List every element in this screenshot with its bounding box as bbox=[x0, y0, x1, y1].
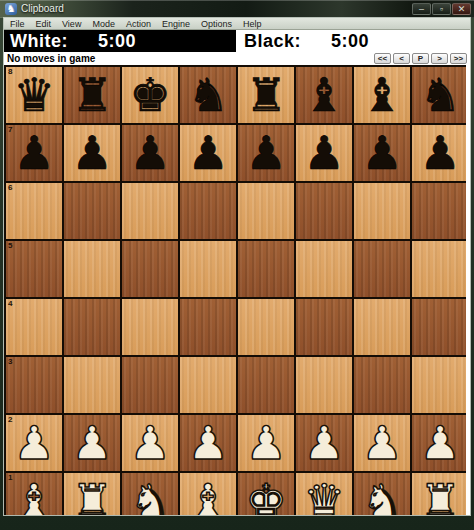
title-bar: ♞ Clipboard – ▫ ✕ bbox=[0, 0, 474, 18]
square-b7[interactable]: ♟ bbox=[64, 125, 120, 181]
nav-button-group: <<<P>>> bbox=[374, 53, 467, 64]
square-h6[interactable] bbox=[412, 183, 466, 239]
piece-black-pawn[interactable]: ♟ bbox=[13, 130, 54, 176]
rank-label-1: 1 bbox=[8, 474, 12, 482]
piece-white-pawn[interactable]: ♟ bbox=[71, 420, 112, 466]
rank-label-8: 8 bbox=[8, 68, 12, 76]
chess-board: 8♛♜♚♞♜♝♝♞7♟♟♟♟♟♟♟♟65432♟♟♟♟♟♟♟♟1a♝b♜c♞d♝… bbox=[4, 65, 466, 515]
menu-options[interactable]: Options bbox=[201, 19, 232, 29]
square-f3[interactable] bbox=[296, 357, 352, 413]
square-d5[interactable] bbox=[180, 241, 236, 297]
piece-black-knight[interactable]: ♞ bbox=[419, 72, 460, 118]
nav-button->>[interactable]: >> bbox=[450, 53, 467, 64]
square-d1[interactable]: d♝ bbox=[180, 473, 236, 515]
square-a2[interactable]: 2♟ bbox=[6, 415, 62, 471]
square-g3[interactable] bbox=[354, 357, 410, 413]
piece-white-rook[interactable]: ♜ bbox=[71, 478, 112, 515]
piece-white-knight[interactable]: ♞ bbox=[361, 478, 402, 515]
square-e5[interactable] bbox=[238, 241, 294, 297]
rank-label-3: 3 bbox=[8, 358, 12, 366]
square-f8[interactable]: ♝ bbox=[296, 67, 352, 123]
piece-white-pawn[interactable]: ♟ bbox=[361, 420, 402, 466]
square-g8[interactable]: ♝ bbox=[354, 67, 410, 123]
square-g4[interactable] bbox=[354, 299, 410, 355]
menu-view[interactable]: View bbox=[62, 19, 81, 29]
piece-black-rook[interactable]: ♜ bbox=[71, 72, 112, 118]
square-c4[interactable] bbox=[122, 299, 178, 355]
white-clock-label: White: bbox=[10, 31, 68, 52]
piece-white-knight[interactable]: ♞ bbox=[129, 478, 170, 515]
piece-white-pawn[interactable]: ♟ bbox=[419, 420, 460, 466]
menu-file[interactable]: File bbox=[10, 19, 25, 29]
square-c2[interactable]: ♟ bbox=[122, 415, 178, 471]
square-b2[interactable]: ♟ bbox=[64, 415, 120, 471]
piece-white-pawn[interactable]: ♟ bbox=[13, 420, 54, 466]
piece-black-pawn[interactable]: ♟ bbox=[71, 130, 112, 176]
piece-black-bishop[interactable]: ♝ bbox=[303, 72, 344, 118]
square-h7[interactable]: ♟ bbox=[412, 125, 466, 181]
square-d8[interactable]: ♞ bbox=[180, 67, 236, 123]
piece-black-pawn[interactable]: ♟ bbox=[361, 130, 402, 176]
nav-button-<[interactable]: < bbox=[393, 53, 410, 64]
nav-button->[interactable]: > bbox=[431, 53, 448, 64]
square-b3[interactable] bbox=[64, 357, 120, 413]
piece-white-pawn[interactable]: ♟ bbox=[303, 420, 344, 466]
piece-black-pawn[interactable]: ♟ bbox=[187, 130, 228, 176]
square-h3[interactable] bbox=[412, 357, 466, 413]
piece-white-king[interactable]: ♚ bbox=[245, 478, 286, 515]
square-a7[interactable]: 7♟ bbox=[6, 125, 62, 181]
window-controls: – ▫ ✕ bbox=[412, 3, 471, 15]
square-d2[interactable]: ♟ bbox=[180, 415, 236, 471]
square-a3[interactable]: 3 bbox=[6, 357, 62, 413]
piece-black-king[interactable]: ♚ bbox=[129, 72, 170, 118]
square-e8[interactable]: ♜ bbox=[238, 67, 294, 123]
minimize-button[interactable]: – bbox=[412, 3, 431, 15]
white-clock-time: 5:00 bbox=[98, 31, 136, 52]
rank-label-5: 5 bbox=[8, 242, 12, 250]
piece-black-pawn[interactable]: ♟ bbox=[245, 130, 286, 176]
white-clock[interactable]: White: 5:00 bbox=[4, 30, 236, 52]
square-b6[interactable] bbox=[64, 183, 120, 239]
client-area: FileEditViewModeActionEngineOptionsHelp … bbox=[4, 18, 470, 515]
square-f5[interactable] bbox=[296, 241, 352, 297]
square-g6[interactable] bbox=[354, 183, 410, 239]
black-clock-label: Black: bbox=[244, 31, 301, 52]
square-b5[interactable] bbox=[64, 241, 120, 297]
piece-black-pawn[interactable]: ♟ bbox=[303, 130, 344, 176]
menu-bar: FileEditViewModeActionEngineOptionsHelp bbox=[4, 18, 470, 30]
piece-white-pawn[interactable]: ♟ bbox=[129, 420, 170, 466]
square-a4[interactable]: 4 bbox=[6, 299, 62, 355]
square-g1[interactable]: g♞ bbox=[354, 473, 410, 515]
square-e7[interactable]: ♟ bbox=[238, 125, 294, 181]
rank-label-6: 6 bbox=[8, 184, 12, 192]
rank-label-4: 4 bbox=[8, 300, 12, 308]
status-message: No moves in game bbox=[7, 53, 95, 64]
maximize-button[interactable]: ▫ bbox=[432, 3, 451, 15]
square-h4[interactable] bbox=[412, 299, 466, 355]
menu-mode[interactable]: Mode bbox=[92, 19, 115, 29]
square-d7[interactable]: ♟ bbox=[180, 125, 236, 181]
square-h1[interactable]: h♜ bbox=[412, 473, 466, 515]
square-d4[interactable] bbox=[180, 299, 236, 355]
square-d6[interactable] bbox=[180, 183, 236, 239]
piece-black-queen[interactable]: ♛ bbox=[13, 72, 54, 118]
square-b8[interactable]: ♜ bbox=[64, 67, 120, 123]
menu-edit[interactable]: Edit bbox=[36, 19, 52, 29]
rank-label-2: 2 bbox=[8, 416, 12, 424]
square-a6[interactable]: 6 bbox=[6, 183, 62, 239]
piece-black-bishop[interactable]: ♝ bbox=[361, 72, 402, 118]
square-g2[interactable]: ♟ bbox=[354, 415, 410, 471]
app-icon[interactable]: ♞ bbox=[5, 3, 17, 15]
square-f2[interactable]: ♟ bbox=[296, 415, 352, 471]
board-frame: 8♛♜♚♞♜♝♝♞7♟♟♟♟♟♟♟♟65432♟♟♟♟♟♟♟♟1a♝b♜c♞d♝… bbox=[4, 65, 466, 515]
square-f6[interactable] bbox=[296, 183, 352, 239]
square-h8[interactable]: ♞ bbox=[412, 67, 466, 123]
square-c3[interactable] bbox=[122, 357, 178, 413]
piece-white-pawn[interactable]: ♟ bbox=[245, 420, 286, 466]
square-b4[interactable] bbox=[64, 299, 120, 355]
square-e3[interactable] bbox=[238, 357, 294, 413]
status-row: No moves in game <<<P>>> bbox=[4, 52, 470, 65]
square-c5[interactable] bbox=[122, 241, 178, 297]
piece-white-bishop[interactable]: ♝ bbox=[13, 478, 54, 515]
menu-help[interactable]: Help bbox=[243, 19, 262, 29]
square-a8[interactable]: 8♛ bbox=[6, 67, 62, 123]
rank-label-7: 7 bbox=[8, 126, 12, 134]
square-a5[interactable]: 5 bbox=[6, 241, 62, 297]
close-button[interactable]: ✕ bbox=[452, 3, 471, 15]
piece-white-bishop[interactable]: ♝ bbox=[187, 478, 228, 515]
menu-action[interactable]: Action bbox=[126, 19, 151, 29]
piece-black-rook[interactable]: ♜ bbox=[245, 72, 286, 118]
square-c7[interactable]: ♟ bbox=[122, 125, 178, 181]
piece-black-pawn[interactable]: ♟ bbox=[419, 130, 460, 176]
square-f4[interactable] bbox=[296, 299, 352, 355]
piece-white-rook[interactable]: ♜ bbox=[419, 478, 460, 515]
square-e1[interactable]: e♚ bbox=[238, 473, 294, 515]
square-g5[interactable] bbox=[354, 241, 410, 297]
menu-engine[interactable]: Engine bbox=[162, 19, 190, 29]
nav-button-<<[interactable]: << bbox=[374, 53, 391, 64]
black-clock[interactable]: Black: 5:00 bbox=[236, 30, 369, 52]
clock-row: White: 5:00 Black: 5:00 bbox=[4, 30, 470, 52]
piece-black-knight[interactable]: ♞ bbox=[187, 72, 228, 118]
square-c6[interactable] bbox=[122, 183, 178, 239]
piece-white-queen[interactable]: ♛ bbox=[303, 478, 344, 515]
square-g7[interactable]: ♟ bbox=[354, 125, 410, 181]
square-c8[interactable]: ♚ bbox=[122, 67, 178, 123]
square-e2[interactable]: ♟ bbox=[238, 415, 294, 471]
square-b1[interactable]: b♜ bbox=[64, 473, 120, 515]
square-h5[interactable] bbox=[412, 241, 466, 297]
square-c1[interactable]: c♞ bbox=[122, 473, 178, 515]
square-h2[interactable]: ♟ bbox=[412, 415, 466, 471]
nav-button-P[interactable]: P bbox=[412, 53, 429, 64]
square-f7[interactable]: ♟ bbox=[296, 125, 352, 181]
square-e6[interactable] bbox=[238, 183, 294, 239]
black-clock-time: 5:00 bbox=[331, 31, 369, 52]
square-d3[interactable] bbox=[180, 357, 236, 413]
square-a1[interactable]: 1a♝ bbox=[6, 473, 62, 515]
square-e4[interactable] bbox=[238, 299, 294, 355]
window-title: Clipboard bbox=[21, 3, 64, 14]
piece-white-pawn[interactable]: ♟ bbox=[187, 420, 228, 466]
square-f1[interactable]: f♛ bbox=[296, 473, 352, 515]
winboard-window: ♞ Clipboard – ▫ ✕ FileEditViewModeAction… bbox=[0, 0, 474, 530]
piece-black-pawn[interactable]: ♟ bbox=[129, 130, 170, 176]
